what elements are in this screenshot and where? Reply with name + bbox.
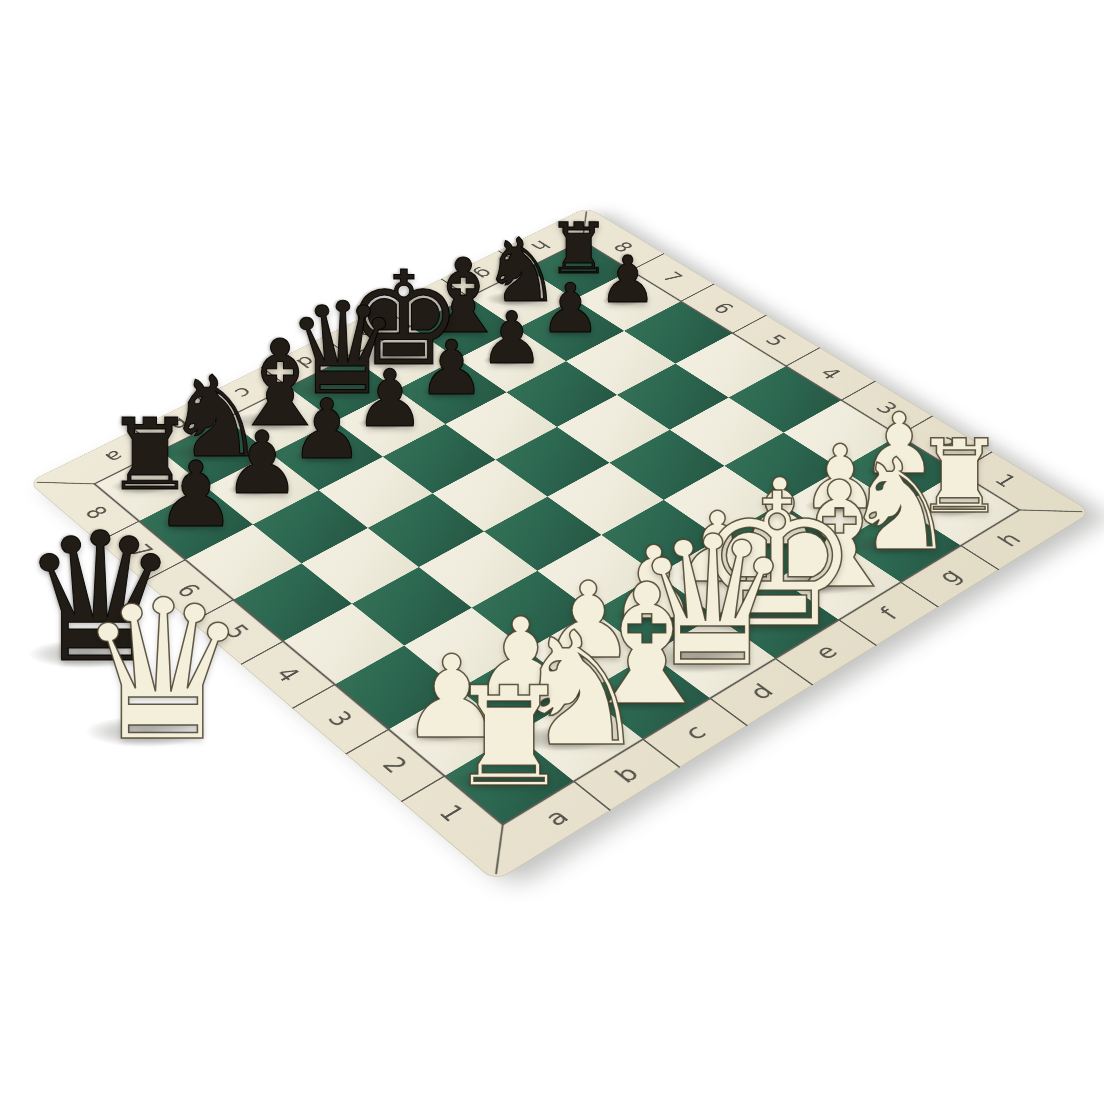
piece-shadow bbox=[29, 640, 140, 669]
piece-shadow bbox=[86, 716, 206, 747]
border-lines-icon bbox=[28, 207, 1092, 882]
product-photo-stage: Angled overhead photo of a tournament ro… bbox=[0, 0, 1104, 1104]
chess-board: aabbccddeeffgghh1122334455667788 bbox=[28, 207, 1092, 882]
